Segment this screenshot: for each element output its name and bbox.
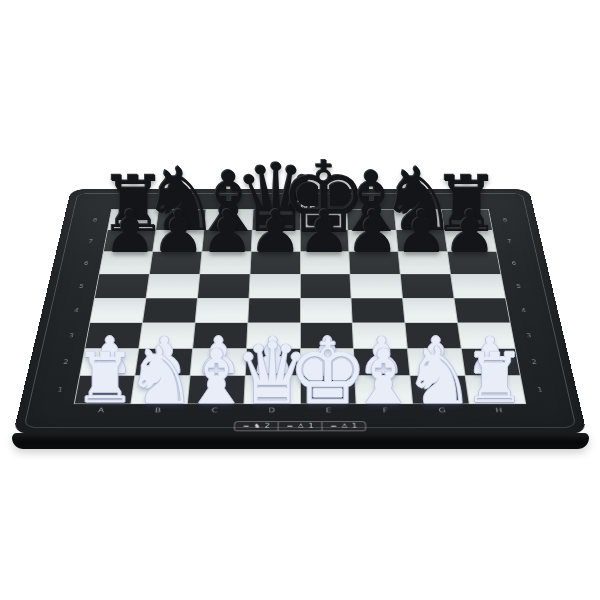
square-f5[interactable] bbox=[351, 275, 403, 298]
control-symbol: 1 bbox=[352, 423, 357, 429]
piece-black-pawn-c7[interactable]: ♟ bbox=[201, 202, 254, 261]
control-button-group-1[interactable]: =♞2 bbox=[235, 422, 279, 430]
board-front-edge bbox=[12, 433, 589, 449]
control-symbol: ♞ bbox=[253, 423, 260, 429]
square-b4[interactable] bbox=[143, 298, 197, 322]
piece-black-pawn-d7[interactable]: ♟ bbox=[249, 202, 302, 261]
chessboard-photo: ♟ eONE 12345678 12345678 ABCDEFGH =♞2=♙1… bbox=[0, 0, 600, 600]
square-f4[interactable] bbox=[352, 298, 405, 322]
control-symbol: 2 bbox=[265, 423, 270, 429]
square-e5[interactable] bbox=[300, 275, 350, 298]
square-g4[interactable] bbox=[403, 298, 457, 322]
piece-black-pawn-g7[interactable]: ♟ bbox=[395, 202, 448, 261]
control-symbol: = bbox=[287, 423, 294, 429]
control-symbol: = bbox=[330, 423, 337, 429]
control-symbol: ♙ bbox=[341, 423, 348, 429]
piece-black-pawn-e7[interactable]: ♟ bbox=[298, 202, 351, 261]
piece-white-rook-h1[interactable]: ♜ bbox=[464, 344, 526, 413]
piece-black-pawn-f7[interactable]: ♟ bbox=[346, 202, 399, 261]
square-d5[interactable] bbox=[249, 275, 299, 298]
square-d4[interactable] bbox=[248, 298, 300, 322]
square-a4[interactable] bbox=[90, 298, 145, 322]
square-c5[interactable] bbox=[198, 275, 250, 298]
control-symbol: = bbox=[243, 423, 250, 429]
control-symbol: 1 bbox=[308, 423, 313, 429]
square-c4[interactable] bbox=[195, 298, 248, 322]
square-h5[interactable] bbox=[451, 275, 505, 298]
square-h4[interactable] bbox=[455, 298, 510, 322]
piece-black-pawn-b7[interactable]: ♟ bbox=[152, 202, 205, 261]
square-a5[interactable] bbox=[95, 275, 149, 298]
square-g5[interactable] bbox=[401, 275, 454, 298]
square-e4[interactable] bbox=[300, 298, 352, 322]
square-b5[interactable] bbox=[146, 275, 199, 298]
control-symbol: ♙ bbox=[297, 423, 304, 429]
piece-black-pawn-h7[interactable]: ♟ bbox=[443, 202, 496, 261]
piece-black-pawn-a7[interactable]: ♟ bbox=[104, 202, 157, 261]
